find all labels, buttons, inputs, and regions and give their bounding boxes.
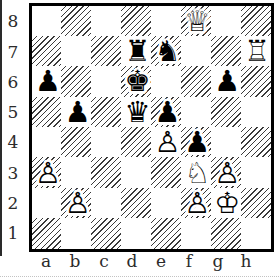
black-pawn: ♟ (154, 96, 180, 126)
square-a6: ♟ (32, 66, 62, 96)
chess-diagram: ♕♜♞♖♟♚♟♟♛♟♙♟♙♘♙♙♙♔ 87654321abcdefgh (0, 0, 279, 279)
square-c8 (91, 6, 121, 36)
square-e2 (151, 188, 181, 218)
rank-label-7: 7 (5, 42, 21, 62)
square-f5 (181, 97, 211, 127)
square-f4: ♟ (181, 127, 211, 157)
square-d7: ♜ (121, 36, 151, 66)
square-d6: ♚ (121, 66, 151, 96)
square-b4 (61, 127, 91, 157)
rank-label-3: 3 (5, 163, 21, 183)
square-c5 (91, 97, 121, 127)
file-label-d: d (122, 251, 142, 271)
square-e8 (151, 6, 181, 36)
square-e1 (151, 218, 181, 248)
square-e7: ♞ (151, 36, 181, 66)
square-f8: ♕ (181, 6, 211, 36)
rank-label-4: 4 (5, 132, 21, 152)
rank-label-1: 1 (5, 223, 21, 243)
square-c1 (91, 218, 121, 248)
square-f1 (181, 218, 211, 248)
white-pawn: ♙ (214, 157, 240, 187)
square-f6 (181, 66, 211, 96)
square-h5 (241, 97, 271, 127)
black-pawn: ♟ (65, 96, 91, 126)
square-e3 (151, 157, 181, 187)
square-b5: ♟ (61, 97, 91, 127)
black-pawn: ♟ (184, 127, 210, 157)
square-g4 (211, 127, 241, 157)
white-king: ♔ (214, 187, 240, 217)
square-h4 (241, 127, 271, 157)
square-d2 (121, 188, 151, 218)
chess-board: ♕♜♞♖♟♚♟♟♛♟♙♟♙♘♙♙♙♔ (29, 3, 274, 252)
rank-label-5: 5 (5, 102, 21, 122)
file-label-e: e (151, 251, 171, 271)
black-rook: ♜ (125, 36, 151, 66)
black-pawn: ♟ (35, 66, 61, 96)
square-h3 (241, 157, 271, 187)
square-e5: ♟ (151, 97, 181, 127)
square-e6 (151, 66, 181, 96)
square-b8 (61, 6, 91, 36)
square-a2 (32, 188, 62, 218)
square-c4 (91, 127, 121, 157)
square-a8 (32, 6, 62, 36)
rank-label-6: 6 (5, 72, 21, 92)
square-g8 (211, 6, 241, 36)
page-edge-line (0, 0, 2, 256)
square-d1 (121, 218, 151, 248)
square-b1 (61, 218, 91, 248)
rank-label-8: 8 (5, 11, 21, 31)
square-f7 (181, 36, 211, 66)
file-label-a: a (36, 251, 56, 271)
square-f3: ♘ (181, 157, 211, 187)
white-pawn: ♙ (184, 187, 210, 217)
square-a7 (32, 36, 62, 66)
white-pawn: ♙ (35, 157, 61, 187)
white-queen: ♕ (184, 5, 210, 35)
square-f2: ♙ (181, 188, 211, 218)
file-label-c: c (94, 251, 114, 271)
square-h2 (241, 188, 271, 218)
file-label-g: g (208, 251, 228, 271)
square-d3 (121, 157, 151, 187)
square-a3: ♙ (32, 157, 62, 187)
black-king: ♚ (125, 66, 151, 96)
square-c6 (91, 66, 121, 96)
square-b6 (61, 66, 91, 96)
square-a1 (32, 218, 62, 248)
square-h1 (241, 218, 271, 248)
file-label-f: f (179, 251, 199, 271)
square-d8 (121, 6, 151, 36)
square-b3 (61, 157, 91, 187)
white-knight: ♘ (184, 157, 210, 187)
file-label-h: h (236, 251, 256, 271)
square-a4 (32, 127, 62, 157)
file-label-b: b (65, 251, 85, 271)
white-pawn: ♙ (65, 187, 91, 217)
square-b2: ♙ (61, 188, 91, 218)
square-g3: ♙ (211, 157, 241, 187)
square-c2 (91, 188, 121, 218)
square-c7 (91, 36, 121, 66)
square-c3 (91, 157, 121, 187)
square-a5 (32, 97, 62, 127)
square-g7 (211, 36, 241, 66)
square-h7: ♖ (241, 36, 271, 66)
square-g6: ♟ (211, 66, 241, 96)
square-g1 (211, 218, 241, 248)
white-pawn: ♙ (154, 127, 180, 157)
square-e4: ♙ (151, 127, 181, 157)
square-d4 (121, 127, 151, 157)
square-h6 (241, 66, 271, 96)
square-h8 (241, 6, 271, 36)
white-rook: ♖ (244, 36, 270, 66)
page-edge-dotted-line (0, 276, 279, 277)
square-g5 (211, 97, 241, 127)
black-queen: ♛ (125, 96, 151, 126)
rank-label-2: 2 (5, 193, 21, 213)
square-g2: ♔ (211, 188, 241, 218)
black-pawn: ♟ (214, 66, 240, 96)
square-d5: ♛ (121, 97, 151, 127)
black-knight: ♞ (154, 36, 180, 66)
square-b7 (61, 36, 91, 66)
